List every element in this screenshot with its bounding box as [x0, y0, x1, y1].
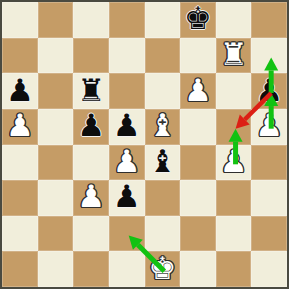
square-b5[interactable]	[38, 109, 74, 145]
square-g8[interactable]	[216, 2, 252, 38]
white-pawn: ♟	[255, 110, 283, 141]
square-g2[interactable]	[216, 216, 252, 252]
black-bishop: ♝	[148, 146, 176, 177]
white-pawn: ♟	[220, 146, 248, 177]
white-pawn: ♟	[184, 75, 212, 106]
black-pawn: ♟	[255, 75, 283, 106]
square-d4[interactable]: ♟	[109, 145, 145, 181]
square-f2[interactable]	[180, 216, 216, 252]
square-g3[interactable]	[216, 180, 252, 216]
square-g5[interactable]	[216, 109, 252, 145]
square-g4[interactable]: ♟	[216, 145, 252, 181]
square-e2[interactable]	[145, 216, 181, 252]
square-a5[interactable]: ♟	[2, 109, 38, 145]
square-h4[interactable]	[251, 145, 287, 181]
black-pawn: ♟	[77, 110, 105, 141]
white-rook: ♜	[220, 39, 248, 70]
square-f3[interactable]	[180, 180, 216, 216]
square-b4[interactable]	[38, 145, 74, 181]
square-c1[interactable]	[73, 251, 109, 287]
board-frame: ♚♜♟♜♟♟♟♟♟♝♟♟♝♟♟♟♚	[0, 0, 289, 289]
square-d7[interactable]	[109, 38, 145, 74]
black-king: ♚	[184, 3, 212, 34]
square-a4[interactable]	[2, 145, 38, 181]
square-h5[interactable]: ♟	[251, 109, 287, 145]
square-a6[interactable]: ♟	[2, 73, 38, 109]
white-pawn: ♟	[6, 110, 34, 141]
square-e6[interactable]	[145, 73, 181, 109]
square-e5[interactable]: ♝	[145, 109, 181, 145]
square-h7[interactable]	[251, 38, 287, 74]
square-g1[interactable]	[216, 251, 252, 287]
white-king: ♚	[148, 253, 176, 284]
square-b1[interactable]	[38, 251, 74, 287]
square-d2[interactable]	[109, 216, 145, 252]
square-h2[interactable]	[251, 216, 287, 252]
square-b6[interactable]	[38, 73, 74, 109]
square-e1[interactable]: ♚	[145, 251, 181, 287]
square-c8[interactable]	[73, 2, 109, 38]
square-d1[interactable]	[109, 251, 145, 287]
chess-board: ♚♜♟♜♟♟♟♟♟♝♟♟♝♟♟♟♚	[2, 2, 287, 287]
square-h8[interactable]	[251, 2, 287, 38]
square-g7[interactable]: ♜	[216, 38, 252, 74]
square-d3[interactable]: ♟	[109, 180, 145, 216]
square-g6[interactable]	[216, 73, 252, 109]
square-f7[interactable]	[180, 38, 216, 74]
black-rook: ♜	[77, 75, 105, 106]
square-f5[interactable]	[180, 109, 216, 145]
square-b7[interactable]	[38, 38, 74, 74]
square-c2[interactable]	[73, 216, 109, 252]
square-a8[interactable]	[2, 2, 38, 38]
square-h3[interactable]	[251, 180, 287, 216]
square-c5[interactable]: ♟	[73, 109, 109, 145]
square-a2[interactable]	[2, 216, 38, 252]
white-bishop: ♝	[148, 110, 176, 141]
square-f6[interactable]: ♟	[180, 73, 216, 109]
square-f1[interactable]	[180, 251, 216, 287]
square-d6[interactable]	[109, 73, 145, 109]
square-b3[interactable]	[38, 180, 74, 216]
square-f8[interactable]: ♚	[180, 2, 216, 38]
square-c4[interactable]	[73, 145, 109, 181]
square-e8[interactable]	[145, 2, 181, 38]
white-pawn: ♟	[77, 181, 105, 212]
square-b2[interactable]	[38, 216, 74, 252]
square-d8[interactable]	[109, 2, 145, 38]
square-h6[interactable]: ♟	[251, 73, 287, 109]
black-pawn: ♟	[113, 110, 141, 141]
square-d5[interactable]: ♟	[109, 109, 145, 145]
square-a1[interactable]	[2, 251, 38, 287]
black-pawn: ♟	[113, 181, 141, 212]
square-a7[interactable]	[2, 38, 38, 74]
square-a3[interactable]	[2, 180, 38, 216]
square-c7[interactable]	[73, 38, 109, 74]
square-f4[interactable]	[180, 145, 216, 181]
square-h1[interactable]	[251, 251, 287, 287]
black-pawn: ♟	[6, 75, 34, 106]
white-pawn: ♟	[113, 146, 141, 177]
square-e3[interactable]	[145, 180, 181, 216]
chess-board-screenshot: ♚♜♟♜♟♟♟♟♟♝♟♟♝♟♟♟♚	[0, 0, 289, 289]
square-c3[interactable]: ♟	[73, 180, 109, 216]
square-e7[interactable]	[145, 38, 181, 74]
square-e4[interactable]: ♝	[145, 145, 181, 181]
square-c6[interactable]: ♜	[73, 73, 109, 109]
square-b8[interactable]	[38, 2, 74, 38]
